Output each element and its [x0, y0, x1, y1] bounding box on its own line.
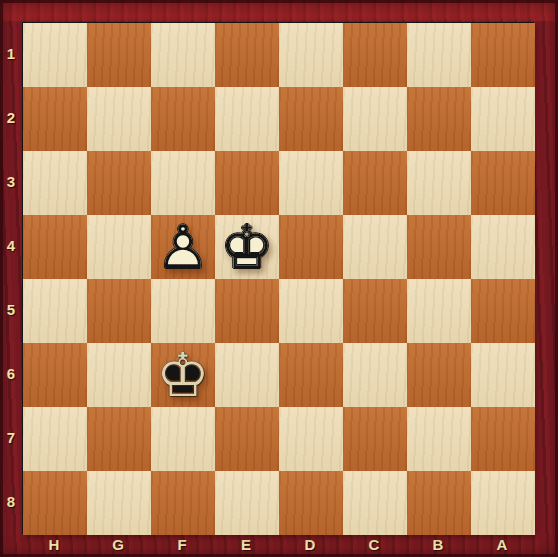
square-h7[interactable] — [23, 407, 87, 471]
square-e6[interactable] — [215, 343, 279, 407]
rank-label-6: 6 — [0, 342, 22, 406]
square-h8[interactable] — [23, 471, 87, 535]
black-king[interactable]: ♚♔ — [151, 343, 215, 407]
square-e5[interactable] — [215, 279, 279, 343]
square-g2[interactable] — [87, 87, 151, 151]
square-b5[interactable] — [407, 279, 471, 343]
square-e2[interactable] — [215, 87, 279, 151]
file-labels: HGFEDCBA — [22, 534, 534, 557]
square-g5[interactable] — [87, 279, 151, 343]
square-b1[interactable] — [407, 23, 471, 87]
square-b8[interactable] — [407, 471, 471, 535]
square-g3[interactable] — [87, 151, 151, 215]
square-d2[interactable] — [279, 87, 343, 151]
square-h6[interactable] — [23, 343, 87, 407]
square-e7[interactable] — [215, 407, 279, 471]
square-a8[interactable] — [471, 471, 535, 535]
file-label-h: H — [22, 534, 86, 557]
square-c5[interactable] — [343, 279, 407, 343]
square-d3[interactable] — [279, 151, 343, 215]
file-label-e: E — [214, 534, 278, 557]
square-c3[interactable] — [343, 151, 407, 215]
square-f5[interactable] — [151, 279, 215, 343]
square-d1[interactable] — [279, 23, 343, 87]
square-h2[interactable] — [23, 87, 87, 151]
square-g6[interactable] — [87, 343, 151, 407]
rank-label-4: 4 — [0, 214, 22, 278]
square-f2[interactable] — [151, 87, 215, 151]
square-a7[interactable] — [471, 407, 535, 471]
white-king-outline-glyph: ♔ — [215, 215, 279, 279]
rank-label-8: 8 — [0, 470, 22, 534]
rank-label-3: 3 — [0, 150, 22, 214]
square-d7[interactable] — [279, 407, 343, 471]
square-b4[interactable] — [407, 215, 471, 279]
rank-label-2: 2 — [0, 86, 22, 150]
square-c6[interactable] — [343, 343, 407, 407]
square-c7[interactable] — [343, 407, 407, 471]
square-b7[interactable] — [407, 407, 471, 471]
square-e1[interactable] — [215, 23, 279, 87]
square-h1[interactable] — [23, 23, 87, 87]
square-c4[interactable] — [343, 215, 407, 279]
square-a6[interactable] — [471, 343, 535, 407]
square-a1[interactable] — [471, 23, 535, 87]
rank-labels: 12345678 — [0, 22, 22, 534]
square-d6[interactable] — [279, 343, 343, 407]
square-g7[interactable] — [87, 407, 151, 471]
square-c1[interactable] — [343, 23, 407, 87]
rank-label-1: 1 — [0, 22, 22, 86]
square-g8[interactable] — [87, 471, 151, 535]
rank-label-7: 7 — [0, 406, 22, 470]
square-h3[interactable] — [23, 151, 87, 215]
square-h5[interactable] — [23, 279, 87, 343]
white-king[interactable]: ♚♔ — [215, 215, 279, 279]
chess-board: ♟♙♚♔♚♔ — [22, 22, 534, 534]
square-g4[interactable] — [87, 215, 151, 279]
square-f6[interactable]: ♚♔ — [151, 343, 215, 407]
file-label-b: B — [406, 534, 470, 557]
square-d8[interactable] — [279, 471, 343, 535]
square-b2[interactable] — [407, 87, 471, 151]
square-f3[interactable] — [151, 151, 215, 215]
chess-board-frame: 12345678 HGFEDCBA ♟♙♚♔♚♔ — [0, 0, 558, 557]
file-label-a: A — [470, 534, 534, 557]
file-label-d: D — [278, 534, 342, 557]
square-a5[interactable] — [471, 279, 535, 343]
file-label-c: C — [342, 534, 406, 557]
file-label-f: F — [150, 534, 214, 557]
square-h4[interactable] — [23, 215, 87, 279]
square-c8[interactable] — [343, 471, 407, 535]
square-a3[interactable] — [471, 151, 535, 215]
square-a4[interactable] — [471, 215, 535, 279]
square-d4[interactable] — [279, 215, 343, 279]
square-b6[interactable] — [407, 343, 471, 407]
square-b3[interactable] — [407, 151, 471, 215]
square-d5[interactable] — [279, 279, 343, 343]
square-g1[interactable] — [87, 23, 151, 87]
square-e8[interactable] — [215, 471, 279, 535]
white-pawn[interactable]: ♟♙ — [151, 215, 215, 279]
white-pawn-outline-glyph: ♙ — [151, 215, 215, 279]
square-c2[interactable] — [343, 87, 407, 151]
rank-label-5: 5 — [0, 278, 22, 342]
square-e4[interactable]: ♚♔ — [215, 215, 279, 279]
square-e3[interactable] — [215, 151, 279, 215]
square-a2[interactable] — [471, 87, 535, 151]
square-f8[interactable] — [151, 471, 215, 535]
square-f4[interactable]: ♟♙ — [151, 215, 215, 279]
square-f1[interactable] — [151, 23, 215, 87]
black-king-outline-glyph: ♔ — [151, 343, 215, 407]
file-label-g: G — [86, 534, 150, 557]
square-f7[interactable] — [151, 407, 215, 471]
